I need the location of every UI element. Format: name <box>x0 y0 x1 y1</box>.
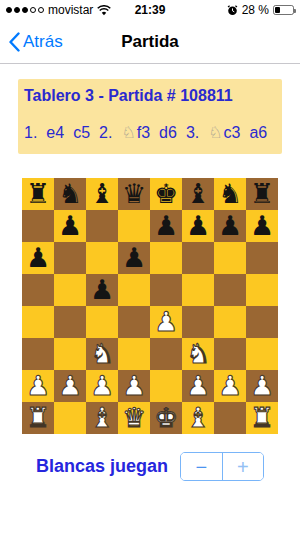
white-knight-move-icon: ♘ <box>121 123 135 142</box>
wifi-icon <box>97 5 111 16</box>
signal-strength-icon <box>6 7 44 13</box>
square-e7[interactable]: ♟ <box>150 210 182 242</box>
white-bishop: ♝ <box>90 402 114 434</box>
square-e5[interactable] <box>150 274 182 306</box>
move-token: 2. <box>99 124 112 142</box>
black-pawn: ♟ <box>90 274 114 306</box>
square-g8[interactable]: ♞ <box>214 178 246 210</box>
back-button-label: Atrás <box>23 32 63 52</box>
move-stepper: − + <box>180 452 264 481</box>
battery-fill <box>275 7 280 13</box>
page-title: Partida <box>121 32 179 52</box>
square-h5[interactable] <box>246 274 278 306</box>
square-h4[interactable] <box>246 306 278 338</box>
white-pawn: ♟ <box>186 370 210 402</box>
next-move-button[interactable]: + <box>223 453 264 480</box>
white-knight: ♞ <box>186 338 210 370</box>
square-e2[interactable] <box>150 370 182 402</box>
square-b7[interactable]: ♟ <box>54 210 86 242</box>
move-token: 3. <box>186 124 199 142</box>
square-e3[interactable] <box>150 338 182 370</box>
square-e4[interactable]: ♟ <box>150 306 182 338</box>
square-c2[interactable]: ♟ <box>86 370 118 402</box>
square-h3[interactable] <box>246 338 278 370</box>
status-bar: movistar 21:39 28 % <box>0 0 300 20</box>
white-knight: ♞ <box>90 338 114 370</box>
white-pawn: ♟ <box>122 370 146 402</box>
square-a5[interactable] <box>22 274 54 306</box>
carrier-label: movistar <box>48 3 93 17</box>
square-a7[interactable] <box>22 210 54 242</box>
square-f8[interactable]: ♝ <box>182 178 214 210</box>
moves-line: 1.e4c52.♘f3d63.♘c3a6 <box>24 123 276 142</box>
black-king: ♚ <box>154 178 178 210</box>
square-b5[interactable] <box>54 274 86 306</box>
square-d3[interactable] <box>118 338 150 370</box>
square-c4[interactable] <box>86 306 118 338</box>
square-h1[interactable]: ♜ <box>246 402 278 434</box>
move-token: 1. <box>24 124 37 142</box>
black-rook: ♜ <box>250 178 274 210</box>
black-pawn: ♟ <box>186 210 210 242</box>
square-e6[interactable] <box>150 242 182 274</box>
black-bishop: ♝ <box>90 178 114 210</box>
square-d6[interactable]: ♟ <box>118 242 150 274</box>
white-queen: ♛ <box>122 402 146 434</box>
square-h7[interactable]: ♟ <box>246 210 278 242</box>
white-rook: ♜ <box>26 402 50 434</box>
square-f2[interactable]: ♟ <box>182 370 214 402</box>
square-c3[interactable]: ♞ <box>86 338 118 370</box>
move-token: e4 <box>46 124 64 142</box>
black-pawn: ♟ <box>58 210 82 242</box>
square-a1[interactable]: ♜ <box>22 402 54 434</box>
square-d2[interactable]: ♟ <box>118 370 150 402</box>
game-info-box: Tablero 3 - Partida # 108811 1.e4c52.♘f3… <box>18 79 282 154</box>
move-token: d6 <box>159 124 177 142</box>
square-e8[interactable]: ♚ <box>150 178 182 210</box>
square-b1[interactable] <box>54 402 86 434</box>
white-bishop: ♝ <box>186 402 210 434</box>
white-pawn: ♟ <box>250 370 274 402</box>
square-f7[interactable]: ♟ <box>182 210 214 242</box>
battery-percent-label: 28 % <box>242 3 269 17</box>
white-king: ♚ <box>154 402 178 434</box>
square-c6[interactable] <box>86 242 118 274</box>
square-g6[interactable] <box>214 242 246 274</box>
white-pawn: ♟ <box>58 370 82 402</box>
previous-move-button[interactable]: − <box>181 453 223 480</box>
white-pawn: ♟ <box>90 370 114 402</box>
move-token: ♘c3 <box>208 123 240 142</box>
white-rook: ♜ <box>250 402 274 434</box>
white-knight-move-icon: ♘ <box>208 123 222 142</box>
square-f5[interactable] <box>182 274 214 306</box>
move-token: ♘f3 <box>121 123 150 142</box>
square-h8[interactable]: ♜ <box>246 178 278 210</box>
square-f3[interactable]: ♞ <box>182 338 214 370</box>
square-a2[interactable]: ♟ <box>22 370 54 402</box>
square-d7[interactable] <box>118 210 150 242</box>
square-a8[interactable]: ♜ <box>22 178 54 210</box>
square-h6[interactable] <box>246 242 278 274</box>
square-b3[interactable] <box>54 338 86 370</box>
square-d8[interactable]: ♛ <box>118 178 150 210</box>
alarm-clock-icon <box>227 5 238 16</box>
black-pawn: ♟ <box>250 210 274 242</box>
square-b6[interactable] <box>54 242 86 274</box>
black-pawn: ♟ <box>122 242 146 274</box>
square-h2[interactable]: ♟ <box>246 370 278 402</box>
square-g4[interactable] <box>214 306 246 338</box>
square-f6[interactable] <box>182 242 214 274</box>
turn-indicator-label: Blancas juegan <box>36 456 168 477</box>
square-g3[interactable] <box>214 338 246 370</box>
white-pawn: ♟ <box>218 370 242 402</box>
move-token: a6 <box>249 124 267 142</box>
square-a3[interactable] <box>22 338 54 370</box>
square-a6[interactable]: ♟ <box>22 242 54 274</box>
battery-icon <box>273 5 294 15</box>
square-b4[interactable] <box>54 306 86 338</box>
chess-board: ♜♞♝♛♚♝♞♜♟♟♟♟♟♟♟♟♟♞♞♟♟♟♟♟♟♟♜♝♛♚♝♜ <box>22 178 278 434</box>
black-knight: ♞ <box>218 178 242 210</box>
black-queen: ♛ <box>122 178 146 210</box>
chevron-left-icon <box>8 32 20 52</box>
square-c7[interactable] <box>86 210 118 242</box>
white-pawn: ♟ <box>154 306 178 338</box>
black-pawn: ♟ <box>26 242 50 274</box>
black-pawn: ♟ <box>154 210 178 242</box>
turn-footer: Blancas juegan − + <box>0 452 300 481</box>
square-c1[interactable]: ♝ <box>86 402 118 434</box>
square-c8[interactable]: ♝ <box>86 178 118 210</box>
black-bishop: ♝ <box>186 178 210 210</box>
square-g2[interactable]: ♟ <box>214 370 246 402</box>
square-g1[interactable] <box>214 402 246 434</box>
square-f4[interactable] <box>182 306 214 338</box>
square-b2[interactable]: ♟ <box>54 370 86 402</box>
square-e1[interactable]: ♚ <box>150 402 182 434</box>
square-d4[interactable] <box>118 306 150 338</box>
game-info-title: Tablero 3 - Partida # 108811 <box>24 87 276 105</box>
square-d1[interactable]: ♛ <box>118 402 150 434</box>
square-d5[interactable] <box>118 274 150 306</box>
move-token: c5 <box>73 124 90 142</box>
square-g5[interactable] <box>214 274 246 306</box>
square-a4[interactable] <box>22 306 54 338</box>
navigation-bar: Atrás Partida <box>0 20 300 64</box>
square-c5[interactable]: ♟ <box>86 274 118 306</box>
back-button[interactable]: Atrás <box>8 32 63 52</box>
square-b8[interactable]: ♞ <box>54 178 86 210</box>
black-knight: ♞ <box>58 178 82 210</box>
white-pawn: ♟ <box>26 370 50 402</box>
square-f1[interactable]: ♝ <box>182 402 214 434</box>
square-g7[interactable]: ♟ <box>214 210 246 242</box>
black-pawn: ♟ <box>218 210 242 242</box>
clock-time: 21:39 <box>135 3 166 17</box>
black-rook: ♜ <box>26 178 50 210</box>
